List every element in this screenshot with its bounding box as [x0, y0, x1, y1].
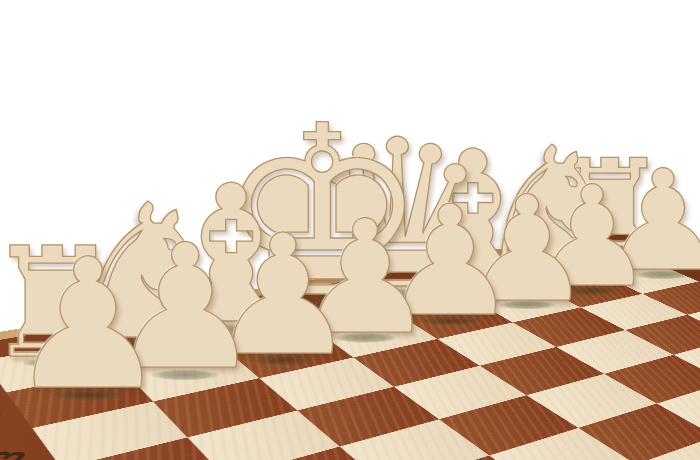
chess-board-frame: 23 — [0, 227, 700, 460]
rank-label-3: 3 — [0, 449, 35, 460]
rank-label-2: 2 — [0, 411, 8, 424]
chess-set-photo: 23 ♜♟♞♟♝♟♚♟♛♟♝♟♞♟♜♟ — [0, 0, 700, 460]
